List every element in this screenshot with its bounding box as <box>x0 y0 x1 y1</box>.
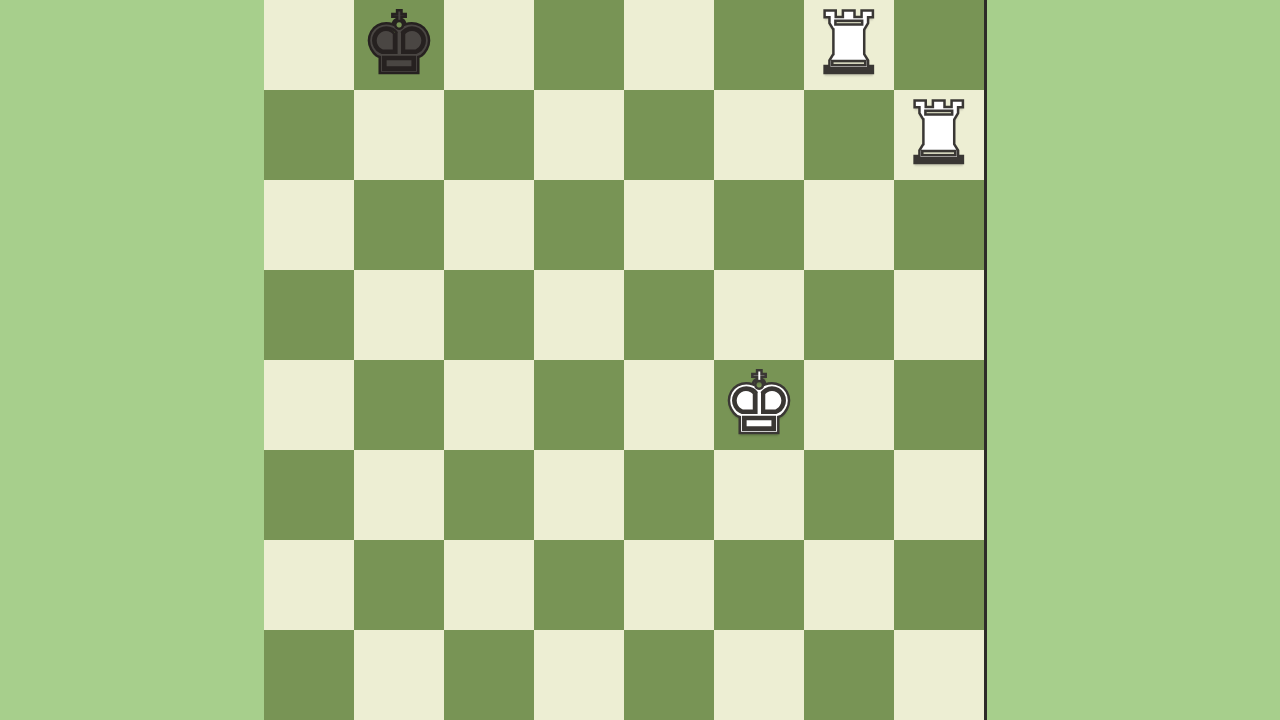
square-d2[interactable] <box>534 540 624 630</box>
app-background: ♚♜♜♚ <box>0 0 1280 720</box>
square-d6[interactable] <box>534 180 624 270</box>
square-c6[interactable] <box>444 180 534 270</box>
square-h6[interactable] <box>894 180 984 270</box>
square-f8[interactable] <box>714 0 804 90</box>
square-c8[interactable] <box>444 0 534 90</box>
square-f3[interactable] <box>714 450 804 540</box>
square-e4[interactable] <box>624 360 714 450</box>
square-c4[interactable] <box>444 360 534 450</box>
square-a7[interactable] <box>264 90 354 180</box>
square-f1[interactable] <box>714 630 804 720</box>
square-c3[interactable] <box>444 450 534 540</box>
square-d7[interactable] <box>534 90 624 180</box>
piece-white-rook[interactable]: ♜ <box>810 0 887 86</box>
square-d3[interactable] <box>534 450 624 540</box>
square-e6[interactable] <box>624 180 714 270</box>
square-b6[interactable] <box>354 180 444 270</box>
chess-board: ♚♜♜♚ <box>264 0 987 720</box>
square-h3[interactable] <box>894 450 984 540</box>
square-d5[interactable] <box>534 270 624 360</box>
square-g7[interactable] <box>804 90 894 180</box>
square-b1[interactable] <box>354 630 444 720</box>
square-e8[interactable] <box>624 0 714 90</box>
square-c1[interactable] <box>444 630 534 720</box>
square-b3[interactable] <box>354 450 444 540</box>
square-e3[interactable] <box>624 450 714 540</box>
square-h7[interactable]: ♜ <box>894 90 984 180</box>
square-d4[interactable] <box>534 360 624 450</box>
square-f5[interactable] <box>714 270 804 360</box>
square-a5[interactable] <box>264 270 354 360</box>
square-g1[interactable] <box>804 630 894 720</box>
square-d8[interactable] <box>534 0 624 90</box>
square-b5[interactable] <box>354 270 444 360</box>
square-h8[interactable] <box>894 0 984 90</box>
square-b7[interactable] <box>354 90 444 180</box>
square-f6[interactable] <box>714 180 804 270</box>
square-d1[interactable] <box>534 630 624 720</box>
square-h1[interactable] <box>894 630 984 720</box>
square-g6[interactable] <box>804 180 894 270</box>
square-b8[interactable]: ♚ <box>354 0 444 90</box>
square-c7[interactable] <box>444 90 534 180</box>
square-h5[interactable] <box>894 270 984 360</box>
square-h2[interactable] <box>894 540 984 630</box>
square-e1[interactable] <box>624 630 714 720</box>
square-a4[interactable] <box>264 360 354 450</box>
square-g2[interactable] <box>804 540 894 630</box>
square-b4[interactable] <box>354 360 444 450</box>
square-a6[interactable] <box>264 180 354 270</box>
square-e5[interactable] <box>624 270 714 360</box>
square-c2[interactable] <box>444 540 534 630</box>
square-f4[interactable]: ♚ <box>714 360 804 450</box>
square-f2[interactable] <box>714 540 804 630</box>
square-a1[interactable] <box>264 630 354 720</box>
square-h4[interactable] <box>894 360 984 450</box>
square-g4[interactable] <box>804 360 894 450</box>
square-e7[interactable] <box>624 90 714 180</box>
square-g3[interactable] <box>804 450 894 540</box>
square-e2[interactable] <box>624 540 714 630</box>
square-a3[interactable] <box>264 450 354 540</box>
square-b2[interactable] <box>354 540 444 630</box>
square-a8[interactable] <box>264 0 354 90</box>
square-c5[interactable] <box>444 270 534 360</box>
square-a2[interactable] <box>264 540 354 630</box>
piece-black-king[interactable]: ♚ <box>360 0 437 86</box>
square-f7[interactable] <box>714 90 804 180</box>
piece-white-rook[interactable]: ♜ <box>900 90 977 176</box>
square-g8[interactable]: ♜ <box>804 0 894 90</box>
square-g5[interactable] <box>804 270 894 360</box>
piece-white-king[interactable]: ♚ <box>720 360 797 446</box>
